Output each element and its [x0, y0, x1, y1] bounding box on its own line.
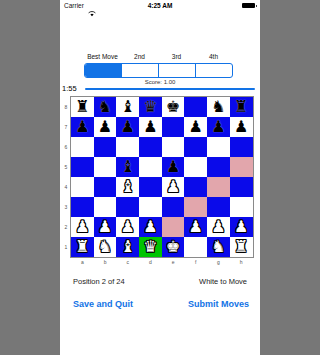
turn-indicator: White to Move	[199, 277, 247, 286]
white-pawn-d2: ♟	[143, 217, 157, 237]
rank-label-6: 6	[63, 137, 69, 157]
move-rank-labels: Best Move2nd3rd4th	[84, 53, 232, 60]
square-g2[interactable]: ♟	[207, 217, 230, 237]
white-pawn-e4: ♟	[166, 177, 180, 197]
white-knight-g1: ♞	[211, 237, 225, 257]
square-g3[interactable]	[207, 197, 230, 217]
file-label-g: g	[207, 259, 230, 265]
score-label: Score: 1.00	[60, 79, 260, 85]
square-a2[interactable]: ♟	[71, 217, 94, 237]
black-rook-a8: ♜	[75, 97, 89, 117]
black-pawn-e5: ♟	[166, 157, 180, 177]
square-b3[interactable]	[94, 197, 117, 217]
black-bishop-c8: ♝	[121, 97, 135, 117]
move-rank-segmented-control	[84, 63, 233, 78]
square-f1[interactable]	[184, 237, 207, 257]
square-d4[interactable]	[139, 177, 162, 197]
black-knight-g8: ♞	[211, 97, 225, 117]
square-h1[interactable]: ♜	[230, 237, 253, 257]
segment-best-move[interactable]	[85, 64, 121, 77]
black-pawn-g7: ♟	[211, 117, 225, 137]
square-c8[interactable]: ♝	[116, 97, 139, 117]
black-bishop-c5: ♝	[121, 157, 135, 177]
square-f8[interactable]	[184, 97, 207, 117]
square-h4[interactable]	[230, 177, 253, 197]
rank-label-2: 2	[63, 217, 69, 237]
white-queen-d1: ♛	[143, 237, 157, 257]
square-h5[interactable]	[230, 157, 253, 177]
square-a8[interactable]: ♜	[71, 97, 94, 117]
square-d2[interactable]: ♟	[139, 217, 162, 237]
white-pawn-c2: ♟	[121, 217, 135, 237]
file-label-b: b	[94, 259, 117, 265]
square-e6[interactable]	[162, 137, 185, 157]
status-bar: Carrier 4:25 AM	[60, 0, 260, 11]
rank-labels: 87654321	[63, 97, 69, 257]
square-e2[interactable]	[162, 217, 185, 237]
black-pawn-d7: ♟	[143, 117, 157, 137]
square-f5[interactable]	[184, 157, 207, 177]
white-pawn-f2: ♟	[189, 217, 203, 237]
square-h2[interactable]: ♟	[230, 217, 253, 237]
square-b5[interactable]	[94, 157, 117, 177]
file-label-h: h	[230, 259, 253, 265]
square-d8[interactable]: ♛	[139, 97, 162, 117]
square-e7[interactable]	[162, 117, 185, 137]
square-d7[interactable]: ♟	[139, 117, 162, 137]
white-knight-b1: ♞	[98, 237, 112, 257]
black-queen-d8: ♛	[143, 97, 157, 117]
square-a1[interactable]: ♜	[71, 237, 94, 257]
black-pawn-b7: ♟	[98, 117, 112, 137]
square-f4[interactable]	[184, 177, 207, 197]
square-g5[interactable]	[207, 157, 230, 177]
white-rook-h1: ♜	[234, 237, 248, 257]
segment-3rd[interactable]	[158, 64, 195, 77]
square-g8[interactable]: ♞	[207, 97, 230, 117]
black-knight-b8: ♞	[98, 97, 112, 117]
rank-label-4: 4	[63, 177, 69, 197]
file-label-d: d	[139, 259, 162, 265]
black-rook-h8: ♜	[234, 97, 248, 117]
tab-label-4: 4th	[195, 53, 232, 60]
timer-label: 1:55	[62, 84, 77, 93]
square-d6[interactable]	[139, 137, 162, 157]
white-king-e1: ♚	[166, 237, 180, 257]
black-pawn-a7: ♟	[75, 117, 89, 137]
rank-label-3: 3	[63, 197, 69, 217]
square-a7[interactable]: ♟	[71, 117, 94, 137]
app-screen: Carrier 4:25 AM Best Move2nd3rd4th Score…	[60, 0, 260, 355]
square-c4[interactable]: ♝	[116, 177, 139, 197]
file-label-e: e	[162, 259, 185, 265]
black-pawn-c7: ♟	[121, 117, 135, 137]
square-h8[interactable]: ♜	[230, 97, 253, 117]
square-b8[interactable]: ♞	[94, 97, 117, 117]
square-a3[interactable]	[71, 197, 94, 217]
status-time: 4:25 AM	[60, 2, 260, 9]
file-labels: abcdefgh	[71, 259, 253, 265]
square-b4[interactable]	[94, 177, 117, 197]
battery-icon	[242, 3, 255, 8]
square-f7[interactable]: ♟	[184, 117, 207, 137]
square-g1[interactable]: ♞	[207, 237, 230, 257]
square-g6[interactable]	[207, 137, 230, 157]
square-b1[interactable]: ♞	[94, 237, 117, 257]
square-a6[interactable]	[71, 137, 94, 157]
square-c2[interactable]: ♟	[116, 217, 139, 237]
white-bishop-c4: ♝	[121, 177, 135, 197]
square-f2[interactable]: ♟	[184, 217, 207, 237]
square-e1[interactable]: ♚	[162, 237, 185, 257]
white-rook-a1: ♜	[75, 237, 89, 257]
square-d1[interactable]: ♛	[139, 237, 162, 257]
segment-4th[interactable]	[195, 64, 232, 77]
file-label-f: f	[184, 259, 207, 265]
square-a5[interactable]	[71, 157, 94, 177]
white-pawn-h2: ♟	[234, 217, 248, 237]
square-b2[interactable]: ♟	[94, 217, 117, 237]
rank-label-8: 8	[63, 97, 69, 117]
square-e4[interactable]: ♟	[162, 177, 185, 197]
square-d5[interactable]	[139, 157, 162, 177]
black-pawn-h7: ♟	[234, 117, 248, 137]
square-f6[interactable]	[184, 137, 207, 157]
board-grid: ♜♞♝♛♚♞♜♟♟♟♟♟♟♟♝♟♝♟♟♟♟♟♟♟♟♜♞♝♛♚♞♜	[70, 96, 254, 258]
square-c1[interactable]: ♝	[116, 237, 139, 257]
white-bishop-c1: ♝	[121, 237, 135, 257]
white-pawn-a2: ♟	[75, 217, 89, 237]
square-f3[interactable]	[184, 197, 207, 217]
tab-label-3: 3rd	[158, 53, 195, 60]
chess-board: ♜♞♝♛♚♞♜♟♟♟♟♟♟♟♝♟♝♟♟♟♟♟♟♟♟♜♞♝♛♚♞♜	[70, 96, 254, 258]
square-c5[interactable]: ♝	[116, 157, 139, 177]
square-e8[interactable]: ♚	[162, 97, 185, 117]
square-c3[interactable]	[116, 197, 139, 217]
save-and-quit-button[interactable]: Save and Quit	[73, 299, 133, 309]
file-label-a: a	[71, 259, 94, 265]
square-e5[interactable]: ♟	[162, 157, 185, 177]
square-b6[interactable]	[94, 137, 117, 157]
square-g7[interactable]: ♟	[207, 117, 230, 137]
white-pawn-b2: ♟	[98, 217, 112, 237]
rank-label-5: 5	[63, 157, 69, 177]
black-king-e8: ♚	[166, 97, 180, 117]
tab-label-1: Best Move	[84, 53, 121, 60]
position-counter: Position 2 of 24	[73, 277, 125, 286]
time-progress-bar	[85, 88, 255, 90]
submit-moves-button[interactable]: Submit Moves	[188, 299, 249, 309]
square-h7[interactable]: ♟	[230, 117, 253, 137]
tab-label-2: 2nd	[121, 53, 158, 60]
square-a4[interactable]	[71, 177, 94, 197]
square-e3[interactable]	[162, 197, 185, 217]
square-g4[interactable]	[207, 177, 230, 197]
rank-label-1: 1	[63, 237, 69, 257]
square-c6[interactable]	[116, 137, 139, 157]
square-c7[interactable]: ♟	[116, 117, 139, 137]
rank-label-7: 7	[63, 117, 69, 137]
black-pawn-f7: ♟	[189, 117, 203, 137]
segment-2nd[interactable]	[121, 64, 158, 77]
white-pawn-g2: ♟	[211, 217, 225, 237]
square-d3[interactable]	[139, 197, 162, 217]
square-h3[interactable]	[230, 197, 253, 217]
square-h6[interactable]	[230, 137, 253, 157]
square-b7[interactable]: ♟	[94, 117, 117, 137]
file-label-c: c	[116, 259, 139, 265]
